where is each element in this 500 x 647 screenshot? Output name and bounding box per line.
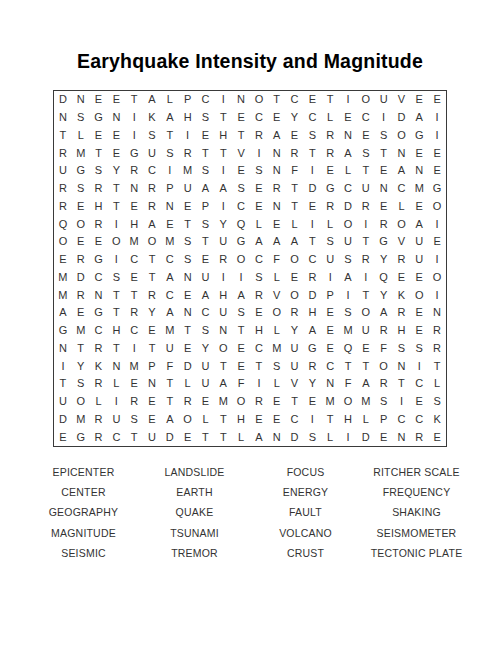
grid-cell[interactable]: Q <box>375 269 393 287</box>
grid-cell[interactable]: T <box>90 144 108 162</box>
grid-cell[interactable]: I <box>428 286 446 304</box>
grid-cell[interactable]: I <box>54 357 72 375</box>
grid-cell[interactable]: T <box>197 428 215 446</box>
grid-cell[interactable]: N <box>214 322 232 340</box>
grid-cell[interactable]: S <box>72 109 90 127</box>
grid-cell[interactable]: P <box>179 91 197 109</box>
grid-cell[interactable]: N <box>393 144 411 162</box>
grid-cell[interactable]: L <box>357 411 375 429</box>
grid-cell[interactable]: E <box>125 269 143 287</box>
grid-cell[interactable]: G <box>72 428 90 446</box>
grid-cell[interactable]: I <box>410 357 428 375</box>
grid-cell[interactable]: I <box>214 162 232 180</box>
grid-cell[interactable]: T <box>357 233 375 251</box>
grid-cell[interactable]: C <box>410 411 428 429</box>
grid-cell[interactable]: T <box>303 233 321 251</box>
grid-cell[interactable]: L <box>72 127 90 145</box>
grid-cell[interactable]: V <box>268 286 286 304</box>
grid-cell[interactable]: L <box>107 375 125 393</box>
grid-cell[interactable]: H <box>393 322 411 340</box>
grid-cell[interactable]: I <box>232 269 250 287</box>
grid-cell[interactable]: A <box>250 428 268 446</box>
grid-cell[interactable]: E <box>72 233 90 251</box>
grid-cell[interactable]: R <box>250 127 268 145</box>
grid-cell[interactable]: I <box>125 109 143 127</box>
word-list-item[interactable]: FAULT <box>250 502 361 522</box>
grid-cell[interactable]: A <box>357 375 375 393</box>
grid-cell[interactable]: E <box>125 198 143 216</box>
grid-cell[interactable]: E <box>268 109 286 127</box>
grid-cell[interactable]: N <box>232 91 250 109</box>
grid-cell[interactable]: A <box>232 286 250 304</box>
grid-cell[interactable]: C <box>250 251 268 269</box>
grid-cell[interactable]: O <box>393 215 411 233</box>
grid-cell[interactable]: M <box>357 393 375 411</box>
grid-cell[interactable]: T <box>214 411 232 429</box>
grid-cell[interactable]: U <box>107 411 125 429</box>
grid-cell[interactable]: G <box>321 180 339 198</box>
grid-cell[interactable]: D <box>54 91 72 109</box>
grid-cell[interactable]: T <box>268 91 286 109</box>
grid-cell[interactable]: C <box>303 109 321 127</box>
grid-cell[interactable]: E <box>197 393 215 411</box>
word-list-item[interactable]: TSUNAMI <box>139 523 250 543</box>
grid-cell[interactable]: K <box>90 357 108 375</box>
grid-cell[interactable]: T <box>125 428 143 446</box>
grid-cell[interactable]: I <box>125 340 143 358</box>
grid-cell[interactable]: L <box>268 375 286 393</box>
grid-cell[interactable]: R <box>357 251 375 269</box>
grid-cell[interactable]: R <box>54 180 72 198</box>
grid-cell[interactable]: K <box>143 109 161 127</box>
grid-cell[interactable]: H <box>179 109 197 127</box>
grid-cell[interactable]: D <box>161 428 179 446</box>
grid-cell[interactable]: O <box>339 393 357 411</box>
grid-cell[interactable]: S <box>250 162 268 180</box>
grid-cell[interactable]: A <box>375 304 393 322</box>
grid-cell[interactable]: G <box>125 144 143 162</box>
grid-cell[interactable]: C <box>339 180 357 198</box>
grid-cell[interactable]: S <box>197 109 215 127</box>
grid-cell[interactable]: L <box>393 198 411 216</box>
grid-cell[interactable]: R <box>268 180 286 198</box>
grid-cell[interactable]: M <box>161 322 179 340</box>
grid-cell[interactable]: R <box>321 127 339 145</box>
grid-cell[interactable]: G <box>428 180 446 198</box>
grid-cell[interactable]: E <box>303 91 321 109</box>
grid-cell[interactable]: Y <box>214 215 232 233</box>
grid-cell[interactable]: N <box>143 375 161 393</box>
grid-cell[interactable]: C <box>107 428 125 446</box>
grid-cell[interactable]: C <box>357 109 375 127</box>
grid-cell[interactable]: A <box>197 180 215 198</box>
grid-cell[interactable]: U <box>357 180 375 198</box>
grid-cell[interactable]: E <box>179 340 197 358</box>
word-list-item[interactable]: LANDSLIDE <box>139 462 250 482</box>
grid-cell[interactable]: E <box>107 91 125 109</box>
grid-cell[interactable]: E <box>232 109 250 127</box>
grid-cell[interactable]: I <box>428 251 446 269</box>
grid-cell[interactable]: E <box>375 428 393 446</box>
grid-cell[interactable]: O <box>232 251 250 269</box>
grid-cell[interactable]: O <box>357 304 375 322</box>
grid-cell[interactable]: S <box>428 393 446 411</box>
grid-cell[interactable]: F <box>286 162 304 180</box>
grid-cell[interactable]: E <box>179 286 197 304</box>
grid-cell[interactable]: R <box>179 393 197 411</box>
grid-cell[interactable]: U <box>143 144 161 162</box>
grid-cell[interactable]: D <box>339 198 357 216</box>
grid-cell[interactable]: R <box>375 375 393 393</box>
grid-cell[interactable]: O <box>72 215 90 233</box>
grid-cell[interactable]: I <box>321 269 339 287</box>
grid-cell[interactable]: A <box>214 375 232 393</box>
grid-cell[interactable]: T <box>161 127 179 145</box>
grid-cell[interactable]: T <box>161 375 179 393</box>
word-list-item[interactable]: SEISMOMETER <box>361 523 472 543</box>
grid-cell[interactable]: C <box>250 340 268 358</box>
grid-cell[interactable]: L <box>286 215 304 233</box>
grid-cell[interactable]: M <box>214 393 232 411</box>
grid-cell[interactable]: S <box>72 180 90 198</box>
grid-cell[interactable]: E <box>143 322 161 340</box>
grid-cell[interactable]: I <box>339 286 357 304</box>
grid-cell[interactable]: I <box>107 393 125 411</box>
grid-cell[interactable]: S <box>161 144 179 162</box>
grid-cell[interactable]: Y <box>197 340 215 358</box>
grid-cell[interactable]: E <box>303 198 321 216</box>
grid-cell[interactable]: I <box>107 251 125 269</box>
grid-cell[interactable]: T <box>179 322 197 340</box>
grid-cell[interactable]: T <box>286 198 304 216</box>
grid-cell[interactable]: C <box>410 375 428 393</box>
grid-cell[interactable]: E <box>375 198 393 216</box>
grid-cell[interactable]: E <box>250 411 268 429</box>
grid-cell[interactable]: E <box>428 144 446 162</box>
grid-cell[interactable]: T <box>72 340 90 358</box>
grid-cell[interactable]: O <box>410 286 428 304</box>
grid-cell[interactable]: N <box>72 91 90 109</box>
grid-cell[interactable]: E <box>90 91 108 109</box>
grid-cell[interactable]: S <box>375 393 393 411</box>
grid-cell[interactable]: I <box>179 127 197 145</box>
grid-cell[interactable]: H <box>250 322 268 340</box>
grid-cell[interactable]: A <box>286 233 304 251</box>
grid-cell[interactable]: O <box>375 357 393 375</box>
grid-cell[interactable]: N <box>90 286 108 304</box>
grid-cell[interactable]: T <box>107 198 125 216</box>
grid-cell[interactable]: I <box>357 269 375 287</box>
grid-cell[interactable]: S <box>339 251 357 269</box>
grid-cell[interactable]: E <box>143 411 161 429</box>
grid-cell[interactable]: E <box>410 91 428 109</box>
grid-cell[interactable]: D <box>54 411 72 429</box>
grid-cell[interactable]: I <box>357 215 375 233</box>
grid-cell[interactable]: E <box>143 393 161 411</box>
grid-cell[interactable]: U <box>197 269 215 287</box>
grid-cell[interactable]: S <box>72 375 90 393</box>
grid-cell[interactable]: M <box>54 269 72 287</box>
grid-cell[interactable]: R <box>393 251 411 269</box>
grid-cell[interactable]: E <box>393 269 411 287</box>
grid-cell[interactable]: P <box>143 357 161 375</box>
word-list-item[interactable]: SEISMIC <box>28 543 139 563</box>
grid-cell[interactable]: G <box>303 340 321 358</box>
grid-cell[interactable]: N <box>428 304 446 322</box>
grid-cell[interactable]: O <box>107 233 125 251</box>
grid-cell[interactable]: A <box>268 233 286 251</box>
grid-cell[interactable]: O <box>54 233 72 251</box>
grid-cell[interactable]: E <box>179 198 197 216</box>
grid-cell[interactable]: C <box>161 251 179 269</box>
grid-cell[interactable]: E <box>90 233 108 251</box>
grid-cell[interactable]: T <box>107 340 125 358</box>
grid-cell[interactable]: T <box>54 375 72 393</box>
grid-cell[interactable]: F <box>232 375 250 393</box>
grid-cell[interactable]: P <box>321 286 339 304</box>
grid-cell[interactable]: E <box>54 251 72 269</box>
grid-cell[interactable]: E <box>125 375 143 393</box>
grid-cell[interactable]: E <box>197 251 215 269</box>
grid-cell[interactable]: E <box>179 428 197 446</box>
grid-cell[interactable]: S <box>232 180 250 198</box>
grid-cell[interactable]: E <box>90 127 108 145</box>
grid-cell[interactable]: S <box>197 215 215 233</box>
grid-cell[interactable]: G <box>90 304 108 322</box>
grid-cell[interactable]: T <box>214 109 232 127</box>
grid-cell[interactable]: I <box>214 91 232 109</box>
grid-cell[interactable]: O <box>143 233 161 251</box>
grid-cell[interactable]: T <box>357 162 375 180</box>
grid-cell[interactable]: D <box>303 286 321 304</box>
grid-cell[interactable]: H <box>125 215 143 233</box>
grid-cell[interactable]: I <box>375 109 393 127</box>
grid-cell[interactable]: S <box>321 233 339 251</box>
grid-cell[interactable]: H <box>303 304 321 322</box>
grid-cell[interactable]: R <box>428 322 446 340</box>
word-list-item[interactable]: GEOGRAPHY <box>28 502 139 522</box>
grid-cell[interactable]: L <box>250 215 268 233</box>
grid-cell[interactable]: I <box>428 215 446 233</box>
grid-cell[interactable]: E <box>268 411 286 429</box>
grid-cell[interactable]: L <box>428 375 446 393</box>
grid-cell[interactable]: N <box>375 180 393 198</box>
grid-cell[interactable]: R <box>90 180 108 198</box>
grid-cell[interactable]: T <box>143 251 161 269</box>
grid-cell[interactable]: H <box>107 322 125 340</box>
grid-cell[interactable]: E <box>72 304 90 322</box>
grid-cell[interactable]: T <box>286 180 304 198</box>
grid-cell[interactable]: T <box>232 322 250 340</box>
grid-cell[interactable]: E <box>54 428 72 446</box>
grid-cell[interactable]: I <box>107 215 125 233</box>
grid-cell[interactable]: N <box>393 357 411 375</box>
grid-cell[interactable]: L <box>197 411 215 429</box>
grid-cell[interactable]: C <box>143 162 161 180</box>
word-list-item[interactable]: EPICENTER <box>28 462 139 482</box>
grid-cell[interactable]: A <box>143 215 161 233</box>
grid-cell[interactable]: S <box>250 269 268 287</box>
grid-cell[interactable]: C <box>393 411 411 429</box>
grid-cell[interactable]: N <box>179 304 197 322</box>
word-list-item[interactable]: TECTONIC PLATE <box>361 543 472 563</box>
grid-cell[interactable]: A <box>54 304 72 322</box>
grid-cell[interactable]: R <box>214 251 232 269</box>
grid-cell[interactable]: L <box>161 91 179 109</box>
grid-cell[interactable]: U <box>179 180 197 198</box>
word-list-item[interactable]: ENERGY <box>250 482 361 502</box>
grid-cell[interactable]: E <box>339 109 357 127</box>
grid-cell[interactable]: T <box>393 375 411 393</box>
grid-cell[interactable]: T <box>125 91 143 109</box>
grid-cell[interactable]: V <box>232 144 250 162</box>
grid-cell[interactable]: C <box>303 251 321 269</box>
grid-cell[interactable]: F <box>161 357 179 375</box>
grid-cell[interactable]: E <box>268 393 286 411</box>
grid-cell[interactable]: S <box>107 269 125 287</box>
grid-cell[interactable]: I <box>161 162 179 180</box>
grid-cell[interactable]: T <box>214 428 232 446</box>
grid-cell[interactable]: M <box>179 162 197 180</box>
grid-cell[interactable]: C <box>286 91 304 109</box>
grid-cell[interactable]: U <box>357 322 375 340</box>
grid-cell[interactable]: R <box>303 269 321 287</box>
grid-cell[interactable]: N <box>321 375 339 393</box>
grid-cell[interactable]: T <box>339 357 357 375</box>
grid-cell[interactable]: C <box>286 411 304 429</box>
grid-cell[interactable]: E <box>72 198 90 216</box>
grid-cell[interactable]: G <box>72 162 90 180</box>
grid-cell[interactable]: R <box>321 198 339 216</box>
grid-cell[interactable]: E <box>428 91 446 109</box>
grid-cell[interactable]: T <box>375 144 393 162</box>
grid-cell[interactable]: U <box>375 91 393 109</box>
grid-cell[interactable]: R <box>125 162 143 180</box>
grid-cell[interactable]: K <box>393 286 411 304</box>
grid-cell[interactable]: T <box>143 269 161 287</box>
grid-cell[interactable]: T <box>357 286 375 304</box>
grid-cell[interactable]: D <box>286 428 304 446</box>
grid-cell[interactable]: M <box>268 340 286 358</box>
grid-cell[interactable]: R <box>72 286 90 304</box>
grid-cell[interactable]: L <box>321 215 339 233</box>
grid-cell[interactable]: R <box>90 340 108 358</box>
grid-cell[interactable]: C <box>232 198 250 216</box>
grid-cell[interactable]: S <box>375 127 393 145</box>
grid-cell[interactable]: N <box>179 269 197 287</box>
grid-cell[interactable]: E <box>197 127 215 145</box>
grid-cell[interactable]: T <box>143 340 161 358</box>
grid-cell[interactable]: R <box>90 215 108 233</box>
grid-cell[interactable]: E <box>410 144 428 162</box>
grid-cell[interactable]: R <box>410 428 428 446</box>
grid-cell[interactable]: S <box>125 411 143 429</box>
grid-cell[interactable]: E <box>232 340 250 358</box>
grid-cell[interactable]: T <box>303 144 321 162</box>
grid-cell[interactable]: U <box>214 233 232 251</box>
grid-cell[interactable]: G <box>90 251 108 269</box>
grid-cell[interactable]: D <box>72 269 90 287</box>
grid-cell[interactable]: I <box>303 215 321 233</box>
word-list-item[interactable]: SHAKING <box>361 502 472 522</box>
grid-cell[interactable]: N <box>161 198 179 216</box>
grid-cell[interactable]: N <box>268 198 286 216</box>
grid-cell[interactable]: R <box>375 322 393 340</box>
grid-cell[interactable]: F <box>268 251 286 269</box>
grid-cell[interactable]: T <box>357 357 375 375</box>
grid-cell[interactable]: M <box>72 411 90 429</box>
grid-cell[interactable]: M <box>321 393 339 411</box>
grid-cell[interactable]: Q <box>232 215 250 233</box>
grid-cell[interactable]: H <box>90 198 108 216</box>
grid-cell[interactable]: C <box>90 322 108 340</box>
grid-cell[interactable]: I <box>339 91 357 109</box>
grid-cell[interactable]: V <box>393 233 411 251</box>
grid-cell[interactable]: T <box>197 144 215 162</box>
grid-cell[interactable]: R <box>125 304 143 322</box>
grid-cell[interactable]: M <box>54 286 72 304</box>
grid-cell[interactable]: E <box>410 269 428 287</box>
grid-cell[interactable]: E <box>321 322 339 340</box>
grid-cell[interactable]: E <box>107 127 125 145</box>
grid-cell[interactable]: O <box>286 251 304 269</box>
grid-cell[interactable]: S <box>268 357 286 375</box>
grid-cell[interactable]: O <box>214 340 232 358</box>
word-list-item[interactable]: MAGNITUDE <box>28 523 139 543</box>
grid-cell[interactable]: O <box>428 198 446 216</box>
grid-cell[interactable]: L <box>321 109 339 127</box>
word-list-item[interactable]: FREQUENCY <box>361 482 472 502</box>
grid-cell[interactable]: U <box>410 251 428 269</box>
grid-cell[interactable]: A <box>161 304 179 322</box>
grid-cell[interactable]: S <box>303 127 321 145</box>
grid-cell[interactable]: G <box>90 109 108 127</box>
grid-cell[interactable]: I <box>214 269 232 287</box>
grid-cell[interactable]: N <box>393 428 411 446</box>
grid-cell[interactable]: E <box>321 340 339 358</box>
grid-cell[interactable]: Y <box>286 322 304 340</box>
grid-cell[interactable]: H <box>339 411 357 429</box>
grid-cell[interactable]: R <box>54 198 72 216</box>
grid-cell[interactable]: E <box>232 357 250 375</box>
grid-cell[interactable]: C <box>90 269 108 287</box>
grid-cell[interactable]: A <box>161 411 179 429</box>
grid-cell[interactable]: S <box>393 340 411 358</box>
grid-cell[interactable]: R <box>286 144 304 162</box>
grid-cell[interactable]: K <box>428 411 446 429</box>
grid-cell[interactable]: U <box>54 162 72 180</box>
grid-cell[interactable]: I <box>339 428 357 446</box>
grid-cell[interactable]: P <box>197 198 215 216</box>
grid-cell[interactable]: R <box>143 180 161 198</box>
grid-cell[interactable]: T <box>179 215 197 233</box>
grid-cell[interactable]: R <box>90 411 108 429</box>
grid-cell[interactable]: L <box>90 393 108 411</box>
grid-cell[interactable]: Y <box>375 286 393 304</box>
grid-cell[interactable]: I <box>214 198 232 216</box>
grid-cell[interactable]: R <box>393 304 411 322</box>
grid-cell[interactable]: T <box>161 393 179 411</box>
grid-cell[interactable]: U <box>54 393 72 411</box>
grid-cell[interactable]: C <box>197 91 215 109</box>
grid-cell[interactable]: R <box>90 375 108 393</box>
grid-cell[interactable]: S <box>197 162 215 180</box>
grid-cell[interactable]: T <box>125 286 143 304</box>
grid-cell[interactable]: T <box>107 304 125 322</box>
grid-cell[interactable]: E <box>303 393 321 411</box>
grid-cell[interactable]: N <box>107 357 125 375</box>
grid-cell[interactable]: E <box>250 198 268 216</box>
